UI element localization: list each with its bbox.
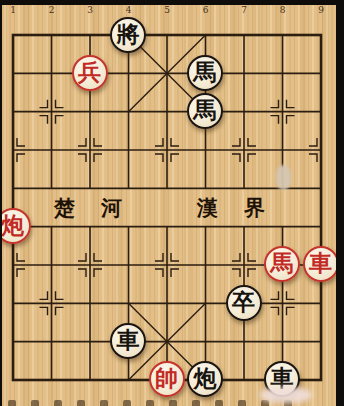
piece-glyph: 車 [309,247,332,279]
bottom-cutoff-mark [169,400,177,406]
board-lines [0,0,344,406]
river-text-chu-he: 楚河 [54,195,148,221]
file-label-4: 4 [121,5,137,16]
bottom-cutoff-mark [123,400,131,406]
smudge-artifact [260,387,312,403]
file-label-7: 7 [236,5,252,16]
file-label-2: 2 [44,5,60,16]
bottom-cutoff-mark [77,400,85,406]
bottom-cutoff-mark [215,400,223,406]
river-text-han-jie: 漢界 [197,195,291,221]
piece-glyph: 馬 [271,247,294,279]
bottom-cutoff-mark [31,400,39,406]
piece-black-general[interactable]: 將 [110,17,146,53]
file-label-9: 9 [313,5,329,16]
piece-black-chariot-1[interactable]: 車 [110,323,146,359]
piece-red-soldier[interactable]: 兵 [72,55,108,91]
piece-glyph: 車 [117,324,140,356]
bottom-cutoff-mark [8,400,16,406]
piece-glyph: 馬 [194,94,217,126]
file-label-3: 3 [82,5,98,16]
piece-black-soldier[interactable]: 卒 [226,285,262,321]
piece-glyph: 馬 [194,56,217,88]
piece-red-chariot[interactable]: 車 [303,246,339,282]
file-label-5: 5 [159,5,175,16]
piece-red-general[interactable]: 帥 [149,361,185,397]
piece-glyph: 將 [117,18,140,50]
bottom-cutoff-mark [100,400,108,406]
file-label-1: 1 [5,5,21,16]
piece-glyph: 帥 [155,362,178,394]
frame-bar-top [0,0,344,5]
piece-glyph: 炮 [1,209,24,241]
bottom-cutoff-mark [146,400,154,406]
piece-black-horse-2[interactable]: 馬 [187,93,223,129]
file-label-6: 6 [198,5,214,16]
piece-black-horse-1[interactable]: 馬 [187,55,223,91]
bottom-cutoff-mark [54,400,62,406]
xiangqi-screenshot: 123456789 楚河 漢界 將兵馬馬炮馬車卒車帥炮車 [0,0,344,406]
piece-glyph: 炮 [194,362,217,394]
smudge-artifact [276,165,291,190]
frame-bar-left [0,0,2,406]
bottom-cutoff-mark [238,400,246,406]
file-label-8: 8 [275,5,291,16]
piece-glyph: 兵 [78,56,101,88]
bottom-cutoff-mark [192,400,200,406]
piece-glyph: 卒 [232,286,255,318]
frame-bar-right [336,0,344,406]
